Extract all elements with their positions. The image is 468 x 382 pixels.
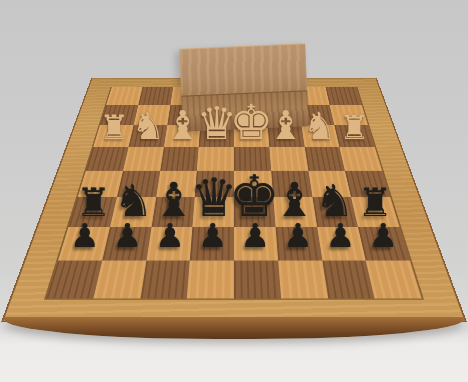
square-h4 (345, 171, 390, 198)
square-f2 (275, 227, 322, 260)
square-b7 (134, 105, 171, 125)
board-front-edge (4, 317, 464, 339)
square-g3 (312, 197, 358, 227)
square-c2 (146, 227, 193, 260)
square-a5 (86, 147, 129, 171)
square-b5 (123, 147, 164, 171)
square-f6 (267, 125, 304, 147)
square-e4 (234, 171, 273, 198)
square-e2 (234, 227, 278, 260)
square-g6 (301, 125, 340, 147)
square-a7 (100, 105, 138, 125)
square-h7 (330, 105, 368, 125)
square-a3 (68, 197, 116, 227)
square-g5 (304, 147, 345, 171)
square-h1 (366, 261, 422, 299)
square-c5 (160, 147, 199, 171)
square-a8 (106, 87, 142, 105)
square-f3 (273, 197, 317, 227)
square-f1 (278, 261, 328, 299)
square-c4 (156, 171, 197, 198)
square-c3 (151, 197, 195, 227)
square-b4 (117, 171, 160, 198)
square-e1 (234, 261, 281, 299)
square-g4 (308, 171, 351, 198)
square-d5 (197, 147, 234, 171)
square-d2 (190, 227, 234, 260)
square-h3 (351, 197, 399, 227)
square-d3 (193, 197, 234, 227)
box-lid (179, 43, 307, 98)
square-f4 (271, 171, 312, 198)
square-c1 (140, 261, 190, 299)
square-h8 (326, 87, 362, 105)
square-f5 (269, 147, 308, 171)
square-a6 (93, 125, 133, 147)
square-h5 (340, 147, 383, 171)
square-b1 (93, 261, 146, 299)
box-front-face (181, 90, 308, 131)
square-b3 (110, 197, 156, 227)
square-b8 (138, 87, 173, 105)
square-a4 (78, 171, 123, 198)
square-h2 (358, 227, 410, 260)
square-e3 (234, 197, 275, 227)
square-b2 (102, 227, 151, 260)
square-b6 (128, 125, 167, 147)
square-d1 (187, 261, 234, 299)
wooden-chess-box (179, 43, 309, 131)
square-h6 (334, 125, 374, 147)
chess-set-photo: ♜♞♝♛♚♝♞♜♜♞♝♛♚♝♞♜♟♟♟♟♟♟♟♟ (0, 0, 468, 382)
square-d4 (195, 171, 234, 198)
square-e5 (234, 147, 271, 171)
